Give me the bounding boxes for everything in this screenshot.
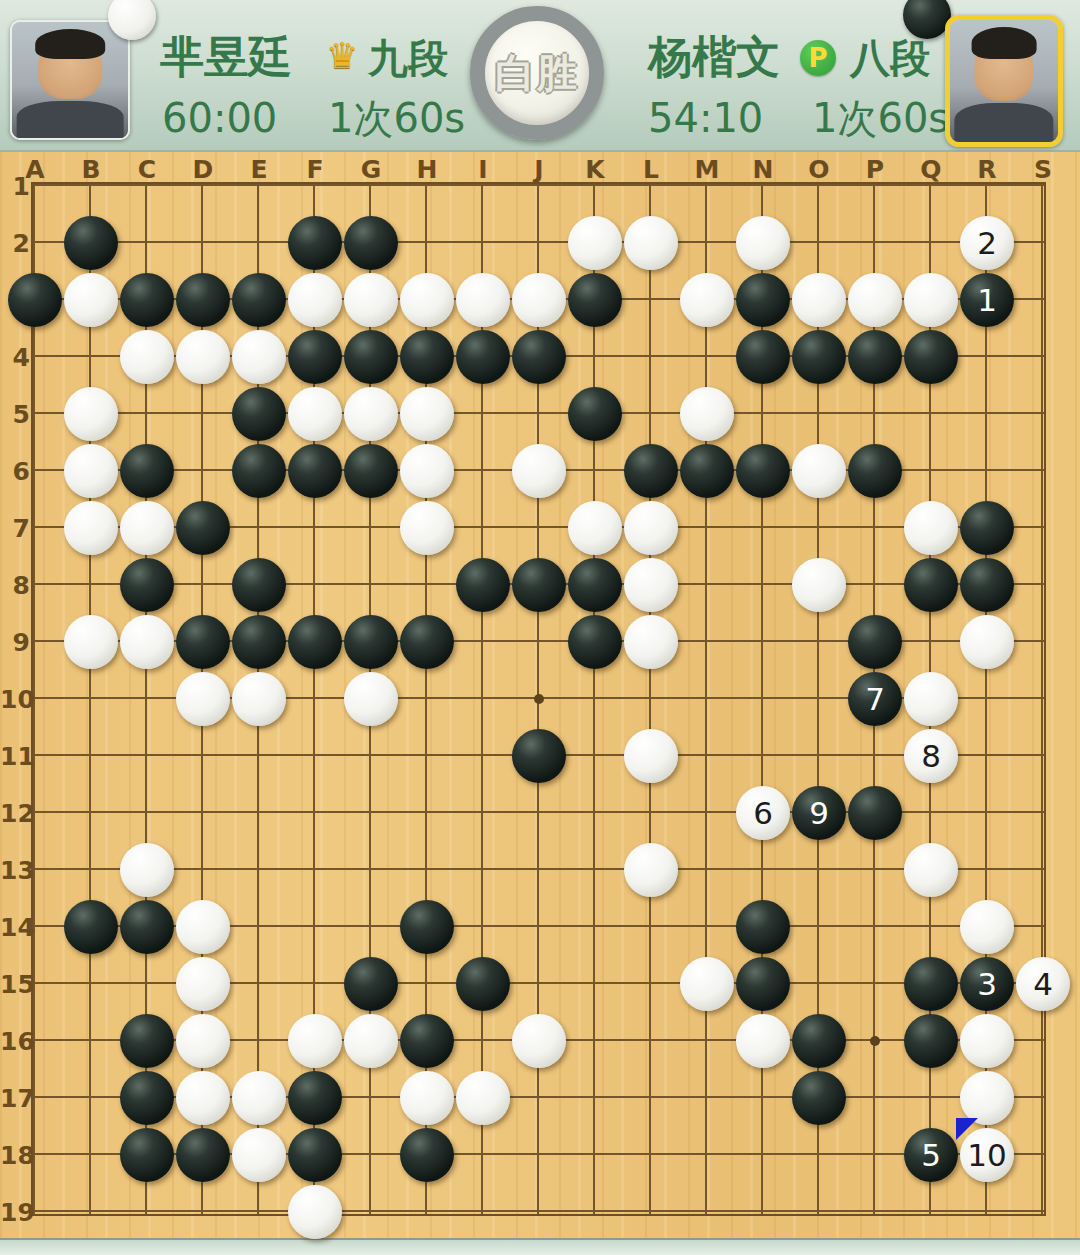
left-player-main-time: 60:00: [162, 98, 277, 138]
col-label-J: J: [525, 157, 553, 182]
white-stone-N12: 6: [736, 786, 790, 840]
white-stone-C7: [120, 501, 174, 555]
white-stone-F3: [288, 273, 342, 327]
move-number-label: 7: [865, 684, 885, 715]
row-label-1: 1: [0, 174, 30, 199]
black-stone-H14: [400, 900, 454, 954]
black-stone-F18: [288, 1128, 342, 1182]
white-stone-L9: [624, 615, 678, 669]
col-label-F: F: [301, 157, 329, 182]
white-stone-B3: [64, 273, 118, 327]
white-stone-R16: [960, 1014, 1014, 1068]
black-stone-O17: [792, 1071, 846, 1125]
move-number-label: 4: [1033, 969, 1053, 1000]
white-stone-J3: [512, 273, 566, 327]
star-point: [534, 694, 544, 704]
white-stone-L8: [624, 558, 678, 612]
white-stone-D10: [176, 672, 230, 726]
black-stone-C17: [120, 1071, 174, 1125]
white-stone-I17: [456, 1071, 510, 1125]
black-stone-K9: [568, 615, 622, 669]
white-stone-O8: [792, 558, 846, 612]
goban[interactable]: ABCDEFGHIJKLMNOPQRS123456789101112131415…: [0, 152, 1080, 1255]
move-number-label: 8: [921, 741, 941, 772]
col-label-Q: Q: [917, 157, 945, 182]
col-label-H: H: [413, 157, 441, 182]
row-label-18: 18: [0, 1143, 30, 1168]
col-label-O: O: [805, 157, 833, 182]
black-stone-O12: 9: [792, 786, 846, 840]
left-player-rank: 九段: [368, 38, 448, 78]
right-player-rank: 八段: [850, 38, 930, 78]
black-stone-P9: [848, 615, 902, 669]
white-stone-L2: [624, 216, 678, 270]
black-stone-N14: [736, 900, 790, 954]
white-stone-D14: [176, 900, 230, 954]
white-stone-R9: [960, 615, 1014, 669]
left-player-name: 芈昱廷: [160, 35, 292, 79]
col-label-D: D: [189, 157, 217, 182]
black-stone-Q8: [904, 558, 958, 612]
move-number-label: 2: [977, 228, 997, 259]
white-stone-N16: [736, 1014, 790, 1068]
black-stone-K5: [568, 387, 622, 441]
row-label-11: 11: [0, 744, 30, 769]
crown-icon: ♛: [326, 38, 358, 74]
black-stone-I4: [456, 330, 510, 384]
black-stone-F2: [288, 216, 342, 270]
black-stone-Q15: [904, 957, 958, 1011]
col-label-N: N: [749, 157, 777, 182]
white-stone-H5: [400, 387, 454, 441]
black-stone-R8: [960, 558, 1014, 612]
row-label-13: 13: [0, 858, 30, 883]
white-stone-D15: [176, 957, 230, 1011]
black-stone-O4: [792, 330, 846, 384]
white-stone-M5: [680, 387, 734, 441]
row-label-2: 2: [0, 231, 30, 256]
white-stone-N2: [736, 216, 790, 270]
black-stone-E3: [232, 273, 286, 327]
black-stone-B14: [64, 900, 118, 954]
white-stone-Q10: [904, 672, 958, 726]
black-stone-C18: [120, 1128, 174, 1182]
row-label-7: 7: [0, 516, 30, 541]
black-stone-G9: [344, 615, 398, 669]
white-stone-J16: [512, 1014, 566, 1068]
white-stone-E18: [232, 1128, 286, 1182]
black-stone-H16: [400, 1014, 454, 1068]
right-avatar-hair: [972, 27, 1037, 59]
black-stone-J8: [512, 558, 566, 612]
black-stone-R3: 1: [960, 273, 1014, 327]
black-stone-I15: [456, 957, 510, 1011]
white-stone-F16: [288, 1014, 342, 1068]
row-label-4: 4: [0, 345, 30, 370]
white-stone-B9: [64, 615, 118, 669]
black-stone-R15: 3: [960, 957, 1014, 1011]
right-player-name: 杨楷文: [648, 35, 780, 79]
move-number-label: 10: [967, 1140, 1006, 1171]
black-stone-P10: 7: [848, 672, 902, 726]
white-stone-G3: [344, 273, 398, 327]
black-stone-K3: [568, 273, 622, 327]
black-stone-N6: [736, 444, 790, 498]
black-stone-C14: [120, 900, 174, 954]
white-stone-D16: [176, 1014, 230, 1068]
white-stone-H3: [400, 273, 454, 327]
blue-corner-marker: [956, 1118, 978, 1140]
white-stone-O6: [792, 444, 846, 498]
white-stone-Q3: [904, 273, 958, 327]
white-stone-Q11: 8: [904, 729, 958, 783]
board-bottom-strip: [0, 1238, 1080, 1255]
row-label-9: 9: [0, 630, 30, 655]
col-label-E: E: [245, 157, 273, 182]
col-label-G: G: [357, 157, 385, 182]
black-stone-N3: [736, 273, 790, 327]
black-stone-J11: [512, 729, 566, 783]
black-stone-E8: [232, 558, 286, 612]
col-label-L: L: [637, 157, 665, 182]
result-badge[interactable]: 白胜: [470, 6, 604, 140]
white-stone-L11: [624, 729, 678, 783]
move-number-label: 5: [921, 1140, 941, 1171]
white-stone-K2: [568, 216, 622, 270]
black-stone-P6: [848, 444, 902, 498]
row-label-8: 8: [0, 573, 30, 598]
black-stone-F4: [288, 330, 342, 384]
star-point: [870, 1036, 880, 1046]
white-stone-F19: [288, 1185, 342, 1239]
right-avatar-body: [954, 103, 1053, 144]
black-stone-icon: [903, 0, 951, 39]
col-label-I: I: [469, 157, 497, 182]
result-text: 白胜: [495, 46, 579, 101]
col-label-B: B: [77, 157, 105, 182]
black-stone-Q16: [904, 1014, 958, 1068]
white-stone-Q7: [904, 501, 958, 555]
move-number-label: 1: [977, 285, 997, 316]
white-stone-D17: [176, 1071, 230, 1125]
white-stone-G16: [344, 1014, 398, 1068]
left-avatar-body: [17, 101, 124, 140]
white-stone-Q13: [904, 843, 958, 897]
left-avatar-hair: [35, 29, 105, 59]
black-stone-D9: [176, 615, 230, 669]
p-rank-badge-icon: P: [800, 40, 836, 76]
white-stone-C4: [120, 330, 174, 384]
black-stone-O16: [792, 1014, 846, 1068]
right-player-byoyomi: 1次60s: [812, 98, 949, 138]
white-stone-H17: [400, 1071, 454, 1125]
white-stone-H7: [400, 501, 454, 555]
black-stone-I8: [456, 558, 510, 612]
col-label-C: C: [133, 157, 161, 182]
white-stone-R2: 2: [960, 216, 1014, 270]
white-stone-L13: [624, 843, 678, 897]
black-stone-R7: [960, 501, 1014, 555]
black-stone-F17: [288, 1071, 342, 1125]
black-stone-H9: [400, 615, 454, 669]
black-stone-G6: [344, 444, 398, 498]
white-stone-S15: 4: [1016, 957, 1070, 1011]
black-stone-D7: [176, 501, 230, 555]
row-label-14: 14: [0, 915, 30, 940]
white-stone-M15: [680, 957, 734, 1011]
black-stone-N15: [736, 957, 790, 1011]
row-label-6: 6: [0, 459, 30, 484]
white-stone-G5: [344, 387, 398, 441]
white-stone-K7: [568, 501, 622, 555]
black-stone-P4: [848, 330, 902, 384]
black-stone-H18: [400, 1128, 454, 1182]
col-label-R: R: [973, 157, 1001, 182]
row-label-19: 19: [0, 1200, 30, 1225]
white-stone-E4: [232, 330, 286, 384]
col-label-K: K: [581, 157, 609, 182]
col-label-S: S: [1029, 157, 1057, 182]
black-stone-Q4: [904, 330, 958, 384]
row-label-16: 16: [0, 1029, 30, 1054]
black-stone-B2: [64, 216, 118, 270]
left-player-avatar[interactable]: [10, 20, 130, 140]
row-label-15: 15: [0, 972, 30, 997]
white-stone-R14: [960, 900, 1014, 954]
black-stone-H4: [400, 330, 454, 384]
black-stone-G4: [344, 330, 398, 384]
black-stone-G15: [344, 957, 398, 1011]
col-label-P: P: [861, 157, 889, 182]
white-stone-C13: [120, 843, 174, 897]
black-stone-E6: [232, 444, 286, 498]
left-player-byoyomi: 1次60s: [328, 98, 465, 138]
black-stone-M6: [680, 444, 734, 498]
right-player-avatar[interactable]: [945, 15, 1063, 147]
right-player-main-time: 54:10: [648, 98, 763, 138]
black-stone-G2: [344, 216, 398, 270]
black-stone-K8: [568, 558, 622, 612]
row-label-5: 5: [0, 402, 30, 427]
black-stone-D3: [176, 273, 230, 327]
white-stone-M3: [680, 273, 734, 327]
move-number-label: 9: [809, 798, 829, 829]
header: 芈昱廷 ♛ 九段 60:00 1次60s 白胜 杨楷文 P 八段 54:10 1…: [0, 0, 1080, 152]
white-stone-H6: [400, 444, 454, 498]
move-number-label: 6: [753, 798, 773, 829]
white-stone-R17: [960, 1071, 1014, 1125]
white-stone-E10: [232, 672, 286, 726]
black-stone-E5: [232, 387, 286, 441]
black-stone-J4: [512, 330, 566, 384]
white-stone-J6: [512, 444, 566, 498]
black-stone-Q18: 5: [904, 1128, 958, 1182]
white-stone-I3: [456, 273, 510, 327]
white-stone-icon: [108, 0, 156, 40]
white-stone-F5: [288, 387, 342, 441]
white-stone-B6: [64, 444, 118, 498]
black-stone-P12: [848, 786, 902, 840]
black-stone-C6: [120, 444, 174, 498]
white-stone-L7: [624, 501, 678, 555]
black-stone-F6: [288, 444, 342, 498]
black-stone-C16: [120, 1014, 174, 1068]
black-stone-F9: [288, 615, 342, 669]
black-stone-D18: [176, 1128, 230, 1182]
black-stone-E9: [232, 615, 286, 669]
white-stone-O3: [792, 273, 846, 327]
row-label-12: 12: [0, 801, 30, 826]
row-label-17: 17: [0, 1086, 30, 1111]
move-number-label: 3: [977, 969, 997, 1000]
black-stone-N4: [736, 330, 790, 384]
white-stone-P3: [848, 273, 902, 327]
white-stone-G10: [344, 672, 398, 726]
black-stone-C3: [120, 273, 174, 327]
black-stone-C8: [120, 558, 174, 612]
black-stone-A3: [8, 273, 62, 327]
white-stone-B7: [64, 501, 118, 555]
white-stone-C9: [120, 615, 174, 669]
white-stone-D4: [176, 330, 230, 384]
black-stone-L6: [624, 444, 678, 498]
white-stone-B5: [64, 387, 118, 441]
col-label-M: M: [693, 157, 721, 182]
row-label-10: 10: [0, 687, 30, 712]
white-stone-E17: [232, 1071, 286, 1125]
